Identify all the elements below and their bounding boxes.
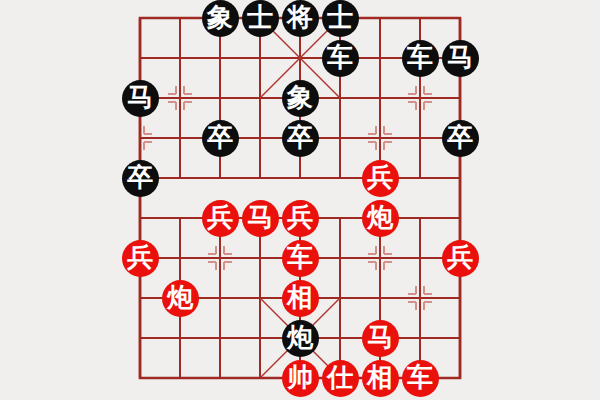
board-point[interactable]: 车 <box>400 38 440 78</box>
board-point[interactable] <box>440 278 480 318</box>
piece-red-horse[interactable]: 马 <box>242 200 279 237</box>
board-point[interactable] <box>320 118 360 158</box>
piece-black-chariot[interactable]: 车 <box>322 40 359 77</box>
board-point[interactable] <box>160 198 200 238</box>
piece-red-soldier[interactable]: 兵 <box>122 240 159 277</box>
piece-black-soldier[interactable]: 卒 <box>122 160 159 197</box>
piece-red-soldier[interactable]: 兵 <box>362 160 399 197</box>
board-point[interactable] <box>120 38 160 78</box>
board-point[interactable]: 炮 <box>280 318 320 358</box>
board-point[interactable] <box>120 318 160 358</box>
board-point[interactable] <box>320 78 360 118</box>
board-point[interactable] <box>120 358 160 398</box>
piece-red-cannon[interactable]: 炮 <box>162 280 199 317</box>
board-point[interactable]: 兵 <box>120 238 160 278</box>
board-point[interactable] <box>120 0 160 38</box>
board-point[interactable] <box>200 358 240 398</box>
board-point[interactable] <box>160 318 200 358</box>
xiangqi-board: 象士将士车车马马象卒卒卒卒兵兵马兵炮兵车兵炮相炮马帅仕相车 <box>0 0 600 400</box>
piece-grid: 象士将士车车马马象卒卒卒卒兵兵马兵炮兵车兵炮相炮马帅仕相车 <box>120 0 480 398</box>
piece-red-chariot[interactable]: 车 <box>402 360 439 397</box>
piece-red-general[interactable]: 帅 <box>282 360 319 397</box>
board-point[interactable] <box>200 78 240 118</box>
board-point[interactable] <box>400 78 440 118</box>
board-point[interactable]: 帅 <box>280 358 320 398</box>
board-point[interactable] <box>440 318 480 358</box>
board-point[interactable] <box>240 118 280 158</box>
board-point[interactable] <box>240 158 280 198</box>
piece-red-soldier[interactable]: 兵 <box>202 200 239 237</box>
board-point[interactable] <box>240 238 280 278</box>
board-point[interactable]: 车 <box>320 38 360 78</box>
piece-red-soldier[interactable]: 兵 <box>442 240 479 277</box>
board-point[interactable]: 车 <box>400 358 440 398</box>
board-point[interactable] <box>200 278 240 318</box>
board-point[interactable] <box>160 118 200 158</box>
board-point[interactable] <box>440 0 480 38</box>
board-point[interactable]: 马 <box>360 318 400 358</box>
piece-black-advisor[interactable]: 士 <box>322 0 359 37</box>
board-point[interactable] <box>400 198 440 238</box>
piece-red-elephant[interactable]: 相 <box>362 360 399 397</box>
board-point[interactable] <box>440 358 480 398</box>
board-point[interactable] <box>400 158 440 198</box>
board-point[interactable]: 兵 <box>360 158 400 198</box>
board-point[interactable] <box>360 0 400 38</box>
board-point[interactable] <box>160 238 200 278</box>
board-point[interactable] <box>360 78 400 118</box>
board-point[interactable] <box>120 118 160 158</box>
piece-black-horse[interactable]: 马 <box>122 80 159 117</box>
piece-black-chariot[interactable]: 车 <box>402 40 439 77</box>
board-point[interactable] <box>320 158 360 198</box>
board-point[interactable] <box>400 238 440 278</box>
board-point[interactable] <box>160 158 200 198</box>
board-point[interactable]: 卒 <box>200 118 240 158</box>
board-point[interactable] <box>280 38 320 78</box>
piece-black-elephant[interactable]: 象 <box>282 80 319 117</box>
board-point[interactable]: 仕 <box>320 358 360 398</box>
board-point[interactable]: 卒 <box>120 158 160 198</box>
board-point[interactable]: 炮 <box>160 278 200 318</box>
piece-red-cannon[interactable]: 炮 <box>362 200 399 237</box>
board-point[interactable]: 象 <box>280 78 320 118</box>
board-point[interactable] <box>400 318 440 358</box>
board-point[interactable]: 卒 <box>280 118 320 158</box>
piece-black-general[interactable]: 将 <box>282 0 319 37</box>
piece-red-advisor[interactable]: 仕 <box>322 360 359 397</box>
piece-red-soldier[interactable]: 兵 <box>282 200 319 237</box>
piece-black-soldier[interactable]: 卒 <box>442 120 479 157</box>
board-point[interactable] <box>400 0 440 38</box>
board-point[interactable] <box>360 38 400 78</box>
board-point[interactable]: 马 <box>120 78 160 118</box>
board-point[interactable] <box>320 198 360 238</box>
board-point[interactable]: 相 <box>360 358 400 398</box>
board-point[interactable]: 士 <box>240 0 280 38</box>
board-point[interactable] <box>200 158 240 198</box>
board-point[interactable] <box>400 278 440 318</box>
board-point[interactable]: 车 <box>280 238 320 278</box>
board-point[interactable] <box>240 278 280 318</box>
board-point[interactable]: 将 <box>280 0 320 38</box>
board-point[interactable] <box>240 38 280 78</box>
board-point[interactable]: 象 <box>200 0 240 38</box>
board-point[interactable] <box>160 78 200 118</box>
board-point[interactable] <box>360 278 400 318</box>
board-point[interactable] <box>120 278 160 318</box>
board-point[interactable] <box>440 78 480 118</box>
piece-black-soldier[interactable]: 卒 <box>202 120 239 157</box>
board-point[interactable] <box>320 238 360 278</box>
board-point[interactable] <box>160 0 200 38</box>
board-point[interactable] <box>360 118 400 158</box>
piece-black-elephant[interactable]: 象 <box>202 0 239 37</box>
board-point[interactable] <box>160 38 200 78</box>
board-point[interactable] <box>160 358 200 398</box>
piece-black-advisor[interactable]: 士 <box>242 0 279 37</box>
piece-black-soldier[interactable]: 卒 <box>282 120 319 157</box>
board-point[interactable]: 马 <box>440 38 480 78</box>
board-point[interactable] <box>440 198 480 238</box>
board-point[interactable] <box>120 198 160 238</box>
board-point[interactable] <box>240 318 280 358</box>
piece-black-cannon[interactable]: 炮 <box>282 320 319 357</box>
board-point[interactable]: 士 <box>320 0 360 38</box>
board-point[interactable]: 兵 <box>200 198 240 238</box>
piece-red-horse[interactable]: 马 <box>362 320 399 357</box>
piece-red-elephant[interactable]: 相 <box>282 280 319 317</box>
board-point[interactable] <box>280 158 320 198</box>
board-point[interactable] <box>200 238 240 278</box>
board-point[interactable] <box>320 318 360 358</box>
board-point[interactable] <box>400 118 440 158</box>
board-point[interactable]: 马 <box>240 198 280 238</box>
board-point[interactable]: 相 <box>280 278 320 318</box>
board-point[interactable] <box>360 238 400 278</box>
board-point[interactable] <box>240 78 280 118</box>
piece-black-horse[interactable]: 马 <box>442 40 479 77</box>
board-point[interactable] <box>240 358 280 398</box>
board-point[interactable]: 兵 <box>280 198 320 238</box>
board-point[interactable] <box>200 318 240 358</box>
board-point[interactable]: 兵 <box>440 238 480 278</box>
board-point[interactable] <box>440 158 480 198</box>
board-point[interactable] <box>320 278 360 318</box>
board-point[interactable] <box>200 38 240 78</box>
board-point[interactable]: 卒 <box>440 118 480 158</box>
board-point[interactable]: 炮 <box>360 198 400 238</box>
piece-red-chariot[interactable]: 车 <box>282 240 319 277</box>
